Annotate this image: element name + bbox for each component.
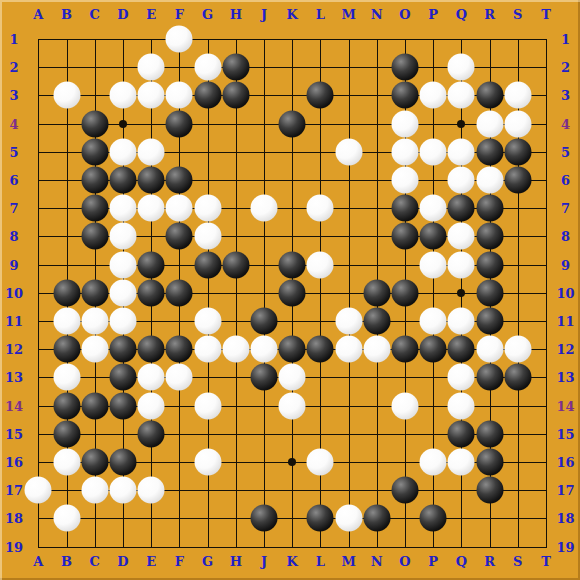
white-stone-r4 bbox=[476, 110, 503, 137]
white-stone-f3 bbox=[166, 82, 193, 109]
white-stone-d10 bbox=[110, 279, 137, 306]
coordinate-label-row-right-18[interactable]: 18 bbox=[556, 512, 574, 525]
coordinate-label-row-right-4[interactable]: 4 bbox=[561, 117, 570, 130]
white-stone-g2 bbox=[194, 54, 221, 81]
black-stone-o2 bbox=[392, 54, 419, 81]
coordinate-label-row-right-3[interactable]: 3 bbox=[561, 89, 570, 102]
coordinate-label-col-bottom-h[interactable]: H bbox=[230, 555, 242, 568]
black-stone-e12 bbox=[138, 336, 165, 363]
coordinate-label-row-left-14[interactable]: 14 bbox=[5, 399, 23, 412]
coordinate-label-row-left-17[interactable]: 17 bbox=[5, 484, 23, 497]
coordinate-label-col-bottom-c[interactable]: C bbox=[90, 555, 100, 568]
black-stone-e6 bbox=[138, 167, 165, 194]
black-stone-d12 bbox=[110, 336, 137, 363]
coordinate-label-row-left-5[interactable]: 5 bbox=[9, 145, 18, 158]
black-stone-r15 bbox=[476, 420, 503, 447]
coordinate-label-row-right-10[interactable]: 10 bbox=[556, 286, 574, 299]
white-stone-m18 bbox=[335, 505, 362, 532]
coordinate-label-row-right-16[interactable]: 16 bbox=[556, 456, 574, 469]
coordinate-label-row-left-9[interactable]: 9 bbox=[9, 258, 18, 271]
coordinate-label-col-top-j[interactable]: J bbox=[261, 7, 267, 20]
black-stone-b12 bbox=[53, 336, 80, 363]
white-stone-d9 bbox=[110, 251, 137, 278]
coordinate-label-col-top-m[interactable]: M bbox=[341, 7, 355, 20]
coordinate-label-row-left-10[interactable]: 10 bbox=[5, 286, 23, 299]
star-point-q10 bbox=[457, 289, 465, 297]
black-stone-h9 bbox=[222, 251, 249, 278]
white-stone-m5 bbox=[335, 138, 362, 165]
white-stone-q3 bbox=[448, 82, 475, 109]
white-stone-a17 bbox=[25, 477, 52, 504]
white-stone-d11 bbox=[110, 308, 137, 335]
coordinate-label-col-bottom-q[interactable]: Q bbox=[456, 555, 467, 568]
white-stone-p3 bbox=[420, 82, 447, 109]
white-stone-e5 bbox=[138, 138, 165, 165]
coordinate-label-col-top-n[interactable]: N bbox=[371, 7, 383, 20]
black-stone-e15 bbox=[138, 420, 165, 447]
white-stone-r6 bbox=[476, 167, 503, 194]
white-stone-l16 bbox=[307, 449, 334, 476]
white-stone-l7 bbox=[307, 195, 334, 222]
white-stone-f1 bbox=[166, 26, 193, 53]
coordinate-label-col-top-c[interactable]: C bbox=[90, 7, 100, 20]
coordinate-label-col-bottom-r[interactable]: R bbox=[484, 555, 495, 568]
black-stone-r10 bbox=[476, 279, 503, 306]
coordinate-label-row-right-2[interactable]: 2 bbox=[561, 61, 570, 74]
coordinate-label-row-right-5[interactable]: 5 bbox=[561, 145, 570, 158]
white-stone-e2 bbox=[138, 54, 165, 81]
star-point-q4 bbox=[457, 120, 465, 128]
black-stone-c14 bbox=[81, 392, 108, 419]
black-stone-q15 bbox=[448, 420, 475, 447]
coordinate-label-col-bottom-f[interactable]: F bbox=[175, 555, 184, 568]
coordinate-label-row-left-19[interactable]: 19 bbox=[5, 540, 23, 553]
grid-line-vertical bbox=[546, 39, 547, 548]
white-stone-q16 bbox=[448, 449, 475, 476]
coordinate-label-col-bottom-b[interactable]: B bbox=[61, 555, 72, 568]
white-stone-s4 bbox=[504, 110, 531, 137]
coordinate-label-row-right-17[interactable]: 17 bbox=[556, 484, 574, 497]
white-stone-f13 bbox=[166, 364, 193, 391]
white-stone-s3 bbox=[504, 82, 531, 109]
coordinate-label-col-top-p[interactable]: P bbox=[428, 7, 438, 20]
black-stone-n10 bbox=[363, 279, 390, 306]
black-stone-r16 bbox=[476, 449, 503, 476]
black-stone-p18 bbox=[420, 505, 447, 532]
black-stone-n18 bbox=[363, 505, 390, 532]
white-stone-s12 bbox=[504, 336, 531, 363]
coordinate-label-col-top-t[interactable]: T bbox=[541, 7, 551, 20]
black-stone-f12 bbox=[166, 336, 193, 363]
coordinate-label-row-left-1[interactable]: 1 bbox=[9, 33, 18, 46]
coordinate-label-row-left-6[interactable]: 6 bbox=[9, 174, 18, 187]
white-stone-h12 bbox=[222, 336, 249, 363]
coordinate-label-col-top-d[interactable]: D bbox=[117, 7, 128, 20]
white-stone-b13 bbox=[53, 364, 80, 391]
coordinate-label-col-top-h[interactable]: H bbox=[230, 7, 242, 20]
black-stone-o7 bbox=[392, 195, 419, 222]
black-stone-o17 bbox=[392, 477, 419, 504]
coordinate-label-col-top-f[interactable]: F bbox=[175, 7, 184, 20]
black-stone-r11 bbox=[476, 308, 503, 335]
black-stone-r5 bbox=[476, 138, 503, 165]
black-stone-l3 bbox=[307, 82, 334, 109]
black-stone-l12 bbox=[307, 336, 334, 363]
black-stone-g3 bbox=[194, 82, 221, 109]
coordinate-label-col-bottom-e[interactable]: E bbox=[146, 555, 156, 568]
black-stone-o10 bbox=[392, 279, 419, 306]
black-stone-q12 bbox=[448, 336, 475, 363]
white-stone-b3 bbox=[53, 82, 80, 109]
coordinate-label-col-top-r[interactable]: R bbox=[484, 7, 495, 20]
coordinate-label-row-left-11[interactable]: 11 bbox=[5, 315, 23, 328]
coordinate-label-row-right-1[interactable]: 1 bbox=[561, 33, 570, 46]
coordinate-label-col-bottom-t[interactable]: T bbox=[541, 555, 551, 568]
white-stone-g12 bbox=[194, 336, 221, 363]
coordinate-label-row-right-9[interactable]: 9 bbox=[561, 258, 570, 271]
black-stone-o8 bbox=[392, 223, 419, 250]
white-stone-e14 bbox=[138, 392, 165, 419]
white-stone-m11 bbox=[335, 308, 362, 335]
white-stone-j12 bbox=[251, 336, 278, 363]
coordinate-label-col-bottom-l[interactable]: L bbox=[316, 555, 325, 568]
black-stone-g9 bbox=[194, 251, 221, 278]
coordinate-label-row-left-8[interactable]: 8 bbox=[9, 230, 18, 243]
black-stone-b15 bbox=[53, 420, 80, 447]
black-stone-h3 bbox=[222, 82, 249, 109]
black-stone-c7 bbox=[81, 195, 108, 222]
coordinate-label-col-top-a[interactable]: A bbox=[33, 7, 43, 20]
coordinate-label-col-top-l[interactable]: L bbox=[316, 7, 325, 20]
coordinate-label-col-bottom-n[interactable]: N bbox=[371, 555, 383, 568]
white-stone-p11 bbox=[420, 308, 447, 335]
black-stone-r3 bbox=[476, 82, 503, 109]
white-stone-q8 bbox=[448, 223, 475, 250]
black-stone-e9 bbox=[138, 251, 165, 278]
white-stone-m12 bbox=[335, 336, 362, 363]
black-stone-d16 bbox=[110, 449, 137, 476]
black-stone-f6 bbox=[166, 167, 193, 194]
coordinate-label-row-right-19[interactable]: 19 bbox=[556, 540, 574, 553]
coordinate-label-col-bottom-d[interactable]: D bbox=[117, 555, 128, 568]
coordinate-label-row-left-4[interactable]: 4 bbox=[9, 117, 18, 130]
coordinate-label-row-right-6[interactable]: 6 bbox=[561, 174, 570, 187]
coordinate-label-col-bottom-g[interactable]: G bbox=[202, 555, 213, 568]
white-stone-d5 bbox=[110, 138, 137, 165]
white-stone-o6 bbox=[392, 167, 419, 194]
white-stone-q5 bbox=[448, 138, 475, 165]
black-stone-r9 bbox=[476, 251, 503, 278]
coordinate-label-col-top-q[interactable]: Q bbox=[456, 7, 467, 20]
white-stone-p5 bbox=[420, 138, 447, 165]
black-stone-s6 bbox=[504, 167, 531, 194]
white-stone-k13 bbox=[279, 364, 306, 391]
black-stone-o3 bbox=[392, 82, 419, 109]
black-stone-o12 bbox=[392, 336, 419, 363]
black-stone-j11 bbox=[251, 308, 278, 335]
black-stone-b14 bbox=[53, 392, 80, 419]
black-stone-s13 bbox=[504, 364, 531, 391]
coordinate-label-row-right-8[interactable]: 8 bbox=[561, 230, 570, 243]
black-stone-r13 bbox=[476, 364, 503, 391]
black-stone-p12 bbox=[420, 336, 447, 363]
coordinate-label-row-right-7[interactable]: 7 bbox=[561, 202, 570, 215]
coordinate-label-col-top-b[interactable]: B bbox=[61, 7, 72, 20]
coordinate-label-col-top-s[interactable]: S bbox=[513, 7, 522, 20]
white-stone-q2 bbox=[448, 54, 475, 81]
white-stone-c11 bbox=[81, 308, 108, 335]
white-stone-g8 bbox=[194, 223, 221, 250]
white-stone-p9 bbox=[420, 251, 447, 278]
white-stone-q13 bbox=[448, 364, 475, 391]
white-stone-g7 bbox=[194, 195, 221, 222]
coordinate-label-col-top-o[interactable]: O bbox=[399, 7, 410, 20]
black-stone-s5 bbox=[504, 138, 531, 165]
white-stone-d8 bbox=[110, 223, 137, 250]
black-stone-k9 bbox=[279, 251, 306, 278]
white-stone-g16 bbox=[194, 449, 221, 476]
white-stone-f7 bbox=[166, 195, 193, 222]
coordinate-label-row-left-3[interactable]: 3 bbox=[9, 89, 18, 102]
coordinate-label-row-left-2[interactable]: 2 bbox=[9, 61, 18, 74]
black-stone-r8 bbox=[476, 223, 503, 250]
coordinate-label-col-bottom-p[interactable]: P bbox=[428, 555, 438, 568]
coordinate-label-col-top-e[interactable]: E bbox=[146, 7, 156, 20]
coordinate-label-row-left-15[interactable]: 15 bbox=[5, 427, 23, 440]
white-stone-r12 bbox=[476, 336, 503, 363]
coordinate-label-col-bottom-j[interactable]: J bbox=[261, 555, 267, 568]
white-stone-j7 bbox=[251, 195, 278, 222]
white-stone-o4 bbox=[392, 110, 419, 137]
coordinate-label-col-bottom-a[interactable]: A bbox=[33, 555, 43, 568]
grid-line-vertical bbox=[349, 39, 350, 548]
white-stone-q14 bbox=[448, 392, 475, 419]
grid-line-horizontal bbox=[38, 547, 547, 548]
black-stone-k10 bbox=[279, 279, 306, 306]
black-stone-c10 bbox=[81, 279, 108, 306]
black-stone-p8 bbox=[420, 223, 447, 250]
coordinate-label-row-right-14[interactable]: 14 bbox=[556, 399, 574, 412]
white-stone-e7 bbox=[138, 195, 165, 222]
coordinate-label-row-left-12[interactable]: 12 bbox=[5, 343, 23, 356]
coordinate-label-col-bottom-m[interactable]: M bbox=[341, 555, 355, 568]
white-stone-c17 bbox=[81, 477, 108, 504]
coordinate-label-row-right-12[interactable]: 12 bbox=[556, 343, 574, 356]
white-stone-o14 bbox=[392, 392, 419, 419]
white-stone-d7 bbox=[110, 195, 137, 222]
black-stone-d6 bbox=[110, 167, 137, 194]
coordinate-label-col-bottom-o[interactable]: O bbox=[399, 555, 410, 568]
coordinate-label-row-left-18[interactable]: 18 bbox=[5, 512, 23, 525]
coordinate-label-row-left-7[interactable]: 7 bbox=[9, 202, 18, 215]
black-stone-k4 bbox=[279, 110, 306, 137]
grid-line-horizontal bbox=[38, 518, 547, 519]
white-stone-q6 bbox=[448, 167, 475, 194]
coordinate-label-col-top-k[interactable]: K bbox=[287, 7, 298, 20]
white-stone-g11 bbox=[194, 308, 221, 335]
white-stone-q11 bbox=[448, 308, 475, 335]
black-stone-j13 bbox=[251, 364, 278, 391]
white-stone-k14 bbox=[279, 392, 306, 419]
black-stone-c8 bbox=[81, 223, 108, 250]
black-stone-j18 bbox=[251, 505, 278, 532]
white-stone-e13 bbox=[138, 364, 165, 391]
star-point-d4 bbox=[119, 120, 127, 128]
white-stone-c12 bbox=[81, 336, 108, 363]
black-stone-f4 bbox=[166, 110, 193, 137]
coordinate-label-col-top-g[interactable]: G bbox=[202, 7, 213, 20]
go-board: AABBCCDDEEFFGGHHJJKKLLMMNNOOPPQQRRSSTT11… bbox=[0, 0, 580, 580]
white-stone-l9 bbox=[307, 251, 334, 278]
black-stone-r7 bbox=[476, 195, 503, 222]
black-stone-c5 bbox=[81, 138, 108, 165]
coordinate-label-col-bottom-s[interactable]: S bbox=[513, 555, 522, 568]
white-stone-n12 bbox=[363, 336, 390, 363]
coordinate-label-row-left-13[interactable]: 13 bbox=[5, 371, 23, 384]
white-stone-b18 bbox=[53, 505, 80, 532]
white-stone-p16 bbox=[420, 449, 447, 476]
black-stone-n11 bbox=[363, 308, 390, 335]
white-stone-p7 bbox=[420, 195, 447, 222]
star-point-k16 bbox=[288, 458, 296, 466]
black-stone-c16 bbox=[81, 449, 108, 476]
black-stone-e10 bbox=[138, 279, 165, 306]
white-stone-b11 bbox=[53, 308, 80, 335]
coordinate-label-row-right-13[interactable]: 13 bbox=[556, 371, 574, 384]
black-stone-c6 bbox=[81, 167, 108, 194]
white-stone-b16 bbox=[53, 449, 80, 476]
white-stone-q9 bbox=[448, 251, 475, 278]
black-stone-b10 bbox=[53, 279, 80, 306]
black-stone-r17 bbox=[476, 477, 503, 504]
white-stone-d3 bbox=[110, 82, 137, 109]
black-stone-f8 bbox=[166, 223, 193, 250]
white-stone-e3 bbox=[138, 82, 165, 109]
white-stone-d17 bbox=[110, 477, 137, 504]
black-stone-k12 bbox=[279, 336, 306, 363]
coordinate-label-row-right-11[interactable]: 11 bbox=[556, 315, 574, 328]
white-stone-g14 bbox=[194, 392, 221, 419]
coordinate-label-row-right-15[interactable]: 15 bbox=[556, 427, 574, 440]
black-stone-l18 bbox=[307, 505, 334, 532]
black-stone-d14 bbox=[110, 392, 137, 419]
black-stone-f10 bbox=[166, 279, 193, 306]
black-stone-d13 bbox=[110, 364, 137, 391]
black-stone-q7 bbox=[448, 195, 475, 222]
coordinate-label-row-left-16[interactable]: 16 bbox=[5, 456, 23, 469]
black-stone-c4 bbox=[81, 110, 108, 137]
black-stone-h2 bbox=[222, 54, 249, 81]
white-stone-e17 bbox=[138, 477, 165, 504]
coordinate-label-col-bottom-k[interactable]: K bbox=[287, 555, 298, 568]
white-stone-o5 bbox=[392, 138, 419, 165]
